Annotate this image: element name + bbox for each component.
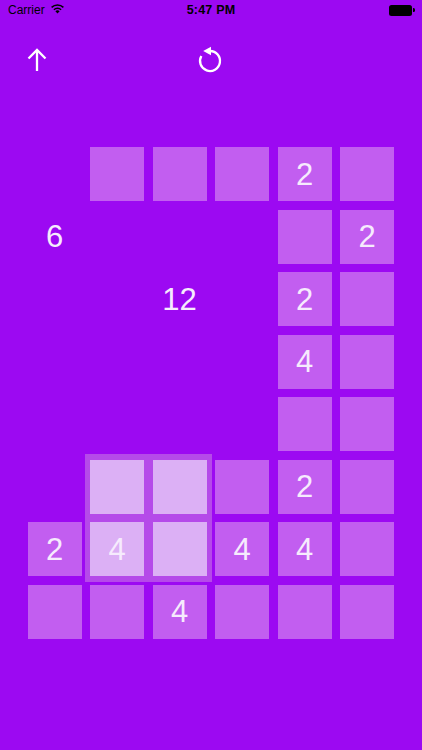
cell-r0c4[interactable]: 2 bbox=[278, 147, 332, 201]
cell-r5c3[interactable] bbox=[215, 460, 269, 514]
cell-r3c0 bbox=[28, 335, 82, 389]
cell-r1c0[interactable]: 6 bbox=[28, 210, 82, 264]
cell-r7c0[interactable] bbox=[28, 585, 82, 639]
status-bar: Carrier 5:47 PM bbox=[0, 0, 422, 20]
cell-r4c4[interactable] bbox=[278, 397, 332, 451]
cell-r2c3 bbox=[215, 272, 269, 326]
cell-r7c5[interactable] bbox=[340, 585, 394, 639]
cell-r2c1 bbox=[90, 272, 144, 326]
cell-r7c3[interactable] bbox=[215, 585, 269, 639]
cell-r2c5[interactable] bbox=[340, 272, 394, 326]
clock: 5:47 PM bbox=[0, 3, 422, 17]
cell-r4c5[interactable] bbox=[340, 397, 394, 451]
cell-r6c1[interactable]: 4 bbox=[90, 522, 144, 576]
cell-r0c0 bbox=[28, 147, 82, 201]
cell-r5c4[interactable]: 2 bbox=[278, 460, 332, 514]
cell-r0c5[interactable] bbox=[340, 147, 394, 201]
cell-r6c3[interactable]: 4 bbox=[215, 522, 269, 576]
cell-r7c2[interactable]: 4 bbox=[153, 585, 207, 639]
cell-r7c4[interactable] bbox=[278, 585, 332, 639]
cell-r4c3 bbox=[215, 397, 269, 451]
cell-r2c4[interactable]: 2 bbox=[278, 272, 332, 326]
game-board[interactable]: 2621224224444 bbox=[28, 147, 395, 639]
cell-r7c1[interactable] bbox=[90, 585, 144, 639]
battery-icon bbox=[389, 5, 415, 16]
cell-r1c2 bbox=[153, 210, 207, 264]
cell-r2c2[interactable]: 12 bbox=[153, 272, 207, 326]
cell-r1c4[interactable] bbox=[278, 210, 332, 264]
cell-r5c0 bbox=[28, 460, 82, 514]
up-arrow-icon bbox=[22, 45, 54, 75]
cell-r3c4[interactable]: 4 bbox=[278, 335, 332, 389]
cell-r3c5[interactable] bbox=[340, 335, 394, 389]
move-up-button[interactable] bbox=[22, 44, 54, 76]
cell-r6c0[interactable]: 2 bbox=[28, 522, 82, 576]
cell-r3c3 bbox=[215, 335, 269, 389]
undo-rotate-ccw-icon bbox=[194, 44, 226, 76]
cell-r0c2[interactable] bbox=[153, 147, 207, 201]
cell-r6c2[interactable] bbox=[153, 522, 207, 576]
cell-r0c1[interactable] bbox=[90, 147, 144, 201]
undo-button[interactable] bbox=[194, 44, 226, 76]
cell-r3c1 bbox=[90, 335, 144, 389]
cell-r5c5[interactable] bbox=[340, 460, 394, 514]
cell-r5c1[interactable] bbox=[90, 460, 144, 514]
toolbar bbox=[0, 20, 422, 64]
cell-r6c5[interactable] bbox=[340, 522, 394, 576]
cell-r1c1 bbox=[90, 210, 144, 264]
cell-r3c2 bbox=[153, 335, 207, 389]
cell-r0c3[interactable] bbox=[215, 147, 269, 201]
cell-r4c2 bbox=[153, 397, 207, 451]
cell-r1c5[interactable]: 2 bbox=[340, 210, 394, 264]
cell-r4c0 bbox=[28, 397, 82, 451]
cell-r2c0 bbox=[28, 272, 82, 326]
cell-r6c4[interactable]: 4 bbox=[278, 522, 332, 576]
cell-r1c3 bbox=[215, 210, 269, 264]
cell-r4c1 bbox=[90, 397, 144, 451]
cell-r5c2[interactable] bbox=[153, 460, 207, 514]
